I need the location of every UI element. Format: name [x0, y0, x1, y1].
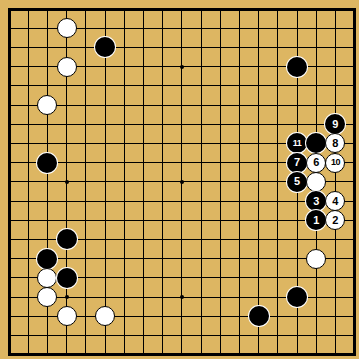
move-number: 7: [294, 157, 300, 168]
star-point: [180, 295, 184, 299]
stone-white: [306, 249, 326, 269]
move-number: 3: [313, 196, 319, 207]
stone-black-move-9: 9: [325, 114, 345, 134]
stone-black: [95, 37, 115, 57]
stone-black-move-7: 7: [287, 153, 307, 173]
star-point: [180, 65, 184, 69]
grid-line-vertical: [277, 8, 278, 357]
stone-white: [57, 306, 77, 326]
stone-white: [95, 306, 115, 326]
grid-line-vertical: [258, 8, 259, 357]
grid-line-horizontal: [8, 353, 357, 356]
move-number: 2: [332, 215, 338, 226]
stone-white: [37, 287, 57, 307]
stone-white-move-4: 4: [325, 191, 345, 211]
move-number: 1: [313, 215, 319, 226]
go-diagram: 9118761053412: [0, 0, 361, 361]
grid-line-vertical: [335, 8, 336, 357]
grid-line-horizontal: [8, 335, 357, 336]
grid-line-vertical: [220, 8, 221, 357]
stone-white: [57, 57, 77, 77]
star-point: [65, 180, 69, 184]
stone-black-move-1: 1: [306, 210, 326, 230]
grid-line-horizontal: [8, 258, 357, 259]
move-number: 5: [294, 176, 300, 187]
move-number: 4: [332, 196, 338, 207]
stone-black-move-11: 11: [287, 133, 307, 153]
stone-black: [37, 153, 57, 173]
stone-black: [287, 287, 307, 307]
stone-black: [57, 268, 77, 288]
move-number: 8: [332, 138, 338, 149]
stone-black: [306, 133, 326, 153]
stone-black-move-5: 5: [287, 172, 307, 192]
star-point: [65, 295, 69, 299]
stone-black: [287, 57, 307, 77]
grid-line-vertical: [239, 8, 240, 357]
stone-black: [249, 306, 269, 326]
stone-white: [37, 95, 57, 115]
stone-black-move-3: 3: [306, 191, 326, 211]
stone-white-move-6: 6: [306, 153, 326, 173]
stone-white-move-8: 8: [325, 133, 345, 153]
grid-line-vertical: [353, 8, 356, 357]
grid-line-horizontal: [8, 220, 357, 221]
stone-white-move-2: 2: [325, 210, 345, 230]
go-board: 9118761053412: [0, 0, 359, 359]
move-number: 11: [293, 139, 302, 148]
stone-white: [57, 18, 77, 38]
move-number: 10: [331, 158, 340, 167]
move-number: 9: [332, 119, 338, 130]
stone-white: [306, 172, 326, 192]
stone-black: [57, 229, 77, 249]
move-number: 6: [313, 157, 319, 168]
stone-black: [37, 249, 57, 269]
star-point: [180, 180, 184, 184]
grid-line-vertical: [201, 8, 202, 357]
stone-white: [37, 268, 57, 288]
stone-white-move-10: 10: [325, 153, 345, 173]
grid-line-horizontal: [8, 201, 357, 202]
